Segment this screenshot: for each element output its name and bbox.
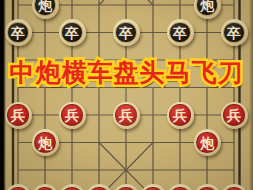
piece-red-soldier[interactable]: 兵 (5, 102, 32, 129)
piece-black-soldier[interactable]: 卒 (221, 19, 248, 46)
piece-grid[interactable]: 炮炮卒卒卒卒卒兵兵兵兵兵炮炮车马相仕帅仕相马车 (5, 0, 248, 190)
piece-red-elephant[interactable]: 相 (59, 184, 86, 190)
piece-red-elephant[interactable]: 相 (167, 184, 194, 190)
piece-red-horse[interactable]: 马 (194, 184, 221, 190)
piece-red-general[interactable]: 帅 (113, 184, 140, 190)
piece-red-chariot[interactable]: 车 (221, 184, 248, 190)
piece-red-advisor[interactable]: 仕 (86, 184, 113, 190)
piece-label: 卒 (65, 26, 79, 40)
piece-label: 卒 (227, 26, 241, 40)
piece-label: 炮 (200, 136, 214, 150)
piece-black-soldier[interactable]: 卒 (59, 19, 86, 46)
piece-black-soldier[interactable]: 卒 (113, 19, 140, 46)
piece-red-chariot[interactable]: 车 (5, 184, 32, 190)
piece-red-cannon[interactable]: 炮 (32, 129, 59, 156)
piece-red-horse[interactable]: 马 (32, 184, 59, 190)
piece-label: 炮 (38, 0, 52, 12)
xiangqi-board: 炮炮卒卒卒卒卒兵兵兵兵兵炮炮车马相仕帅仕相马车 中炮横车盘头马飞刀 中炮横车盘头… (0, 0, 253, 190)
piece-label: 炮 (200, 0, 214, 12)
piece-red-soldier[interactable]: 兵 (167, 102, 194, 129)
piece-black-soldier[interactable]: 卒 (167, 19, 194, 46)
piece-label: 卒 (173, 26, 187, 40)
piece-red-advisor[interactable]: 仕 (140, 184, 167, 190)
piece-black-soldier[interactable]: 卒 (5, 19, 32, 46)
piece-label: 卒 (11, 26, 25, 40)
piece-red-soldier[interactable]: 兵 (221, 102, 248, 129)
piece-black-cannon[interactable]: 炮 (194, 0, 221, 19)
piece-red-soldier[interactable]: 兵 (59, 102, 86, 129)
piece-label: 兵 (119, 108, 133, 122)
piece-red-cannon[interactable]: 炮 (194, 129, 221, 156)
piece-label: 兵 (173, 108, 187, 122)
piece-label: 兵 (65, 108, 79, 122)
piece-label: 炮 (38, 136, 52, 150)
piece-label: 兵 (227, 108, 241, 122)
piece-label: 卒 (119, 26, 133, 40)
piece-black-cannon[interactable]: 炮 (32, 0, 59, 19)
piece-label: 兵 (11, 108, 25, 122)
piece-red-soldier[interactable]: 兵 (113, 102, 140, 129)
